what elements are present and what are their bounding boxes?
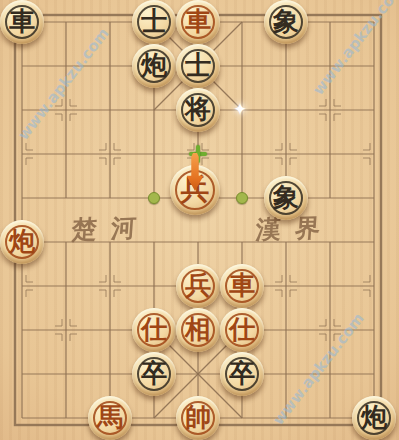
piece-red-advisor[interactable]: 仕 — [220, 308, 264, 352]
move-target-dot[interactable] — [236, 192, 248, 204]
xiangqi-board-screen: www.apkzu.com www.apkzu.com www.apkzu.co… — [0, 0, 399, 440]
piece-red-soldier[interactable]: 兵 — [176, 264, 220, 308]
piece-character: 卒 — [229, 360, 255, 386]
piece-character: 相 — [185, 316, 211, 342]
piece-red-chariot[interactable]: 車 — [176, 0, 220, 44]
piece-character: 車 — [9, 8, 35, 34]
piece-red-elephant[interactable]: 相 — [176, 308, 220, 352]
piece-red-cannon[interactable]: 炮 — [0, 220, 44, 264]
river-label-chu-he: 楚河 — [71, 211, 152, 247]
piece-black-soldier[interactable]: 卒 — [220, 352, 264, 396]
piece-black-soldier[interactable]: 卒 — [132, 352, 176, 396]
piece-character: 炮 — [9, 228, 35, 254]
piece-character: 車 — [185, 8, 211, 34]
piece-red-general[interactable]: 帥 — [176, 396, 220, 440]
piece-black-elephant[interactable]: 象 — [264, 176, 308, 220]
piece-red-horse[interactable]: 馬 — [88, 396, 132, 440]
piece-red-chariot[interactable]: 車 — [220, 264, 264, 308]
piece-character: 仕 — [229, 316, 255, 342]
piece-character: 仕 — [141, 316, 167, 342]
piece-black-cannon[interactable]: 炮 — [132, 44, 176, 88]
sparkle-effect-icon: ✦ — [233, 99, 247, 119]
piece-red-advisor[interactable]: 仕 — [132, 308, 176, 352]
piece-black-advisor[interactable]: 士 — [176, 44, 220, 88]
piece-character: 帥 — [185, 404, 211, 430]
piece-character: 士 — [141, 8, 167, 34]
piece-black-chariot[interactable]: 車 — [0, 0, 44, 44]
piece-black-elephant[interactable]: 象 — [264, 0, 308, 44]
piece-character: 象 — [273, 184, 299, 210]
move-target-dot[interactable] — [148, 192, 160, 204]
piece-character: 車 — [229, 272, 255, 298]
piece-character: 士 — [185, 52, 211, 78]
piece-black-cannon[interactable]: 炮 — [352, 396, 396, 440]
piece-character: 兵 — [185, 272, 211, 298]
piece-character: 将 — [185, 96, 211, 122]
piece-character: 炮 — [141, 52, 167, 78]
piece-character: 炮 — [361, 404, 387, 430]
piece-black-general[interactable]: 将 — [176, 88, 220, 132]
piece-black-advisor[interactable]: 士 — [132, 0, 176, 44]
piece-character: 卒 — [141, 360, 167, 386]
piece-character: 象 — [273, 8, 299, 34]
piece-character: 馬 — [97, 404, 123, 430]
